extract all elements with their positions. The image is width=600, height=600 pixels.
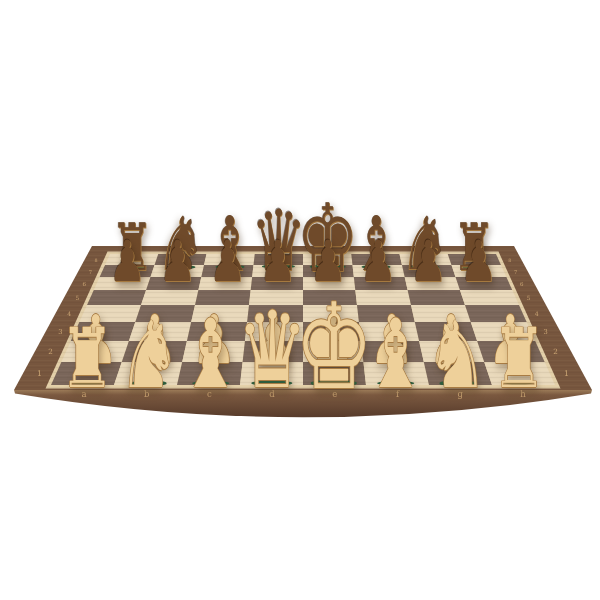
piece-black-pawn-h7[interactable]: ♟ (460, 234, 498, 291)
piece-white-bishop-f1[interactable]: ♝ (364, 307, 427, 402)
piece-glyph: ♟ (410, 228, 448, 294)
piece-glyph: ♜ (492, 311, 547, 407)
piece-glyph: ♝ (179, 299, 242, 410)
piece-glyph: ♞ (118, 301, 179, 409)
piece-glyph: ♚ (294, 278, 373, 417)
piece-black-pawn-a7[interactable]: ♟ (109, 234, 147, 291)
piece-black-pawn-b7[interactable]: ♟ (159, 234, 197, 291)
piece-glyph: ♟ (259, 228, 297, 294)
chess-board-photo: aabbccddeeffgghh1122334455667788 ♜♞♝♛♚♝♞… (0, 0, 600, 600)
piece-glyph: ♟ (209, 228, 247, 294)
pieces-layer: ♜♞♝♛♚♝♞♜♟♟♟♟♟♟♟♟♟♟♟♟♟♟♟♟♜♞♝♛♚♝♞♜ (0, 0, 600, 600)
piece-white-knight-g1[interactable]: ♞ (427, 309, 488, 401)
piece-white-king-e1[interactable]: ♚ (294, 288, 373, 407)
piece-black-pawn-g7[interactable]: ♟ (410, 234, 448, 291)
piece-glyph: ♝ (364, 299, 427, 410)
piece-white-rook-h1[interactable]: ♜ (492, 317, 547, 399)
piece-white-rook-a1[interactable]: ♜ (60, 317, 115, 399)
piece-white-knight-b1[interactable]: ♞ (118, 309, 179, 401)
piece-white-bishop-c1[interactable]: ♝ (179, 307, 242, 402)
piece-black-pawn-d7[interactable]: ♟ (259, 234, 297, 291)
piece-glyph: ♞ (427, 301, 488, 409)
piece-glyph: ♜ (60, 311, 115, 407)
piece-glyph: ♟ (460, 228, 498, 294)
piece-glyph: ♟ (109, 228, 147, 294)
piece-black-pawn-c7[interactable]: ♟ (209, 234, 247, 291)
piece-glyph: ♟ (159, 228, 197, 294)
